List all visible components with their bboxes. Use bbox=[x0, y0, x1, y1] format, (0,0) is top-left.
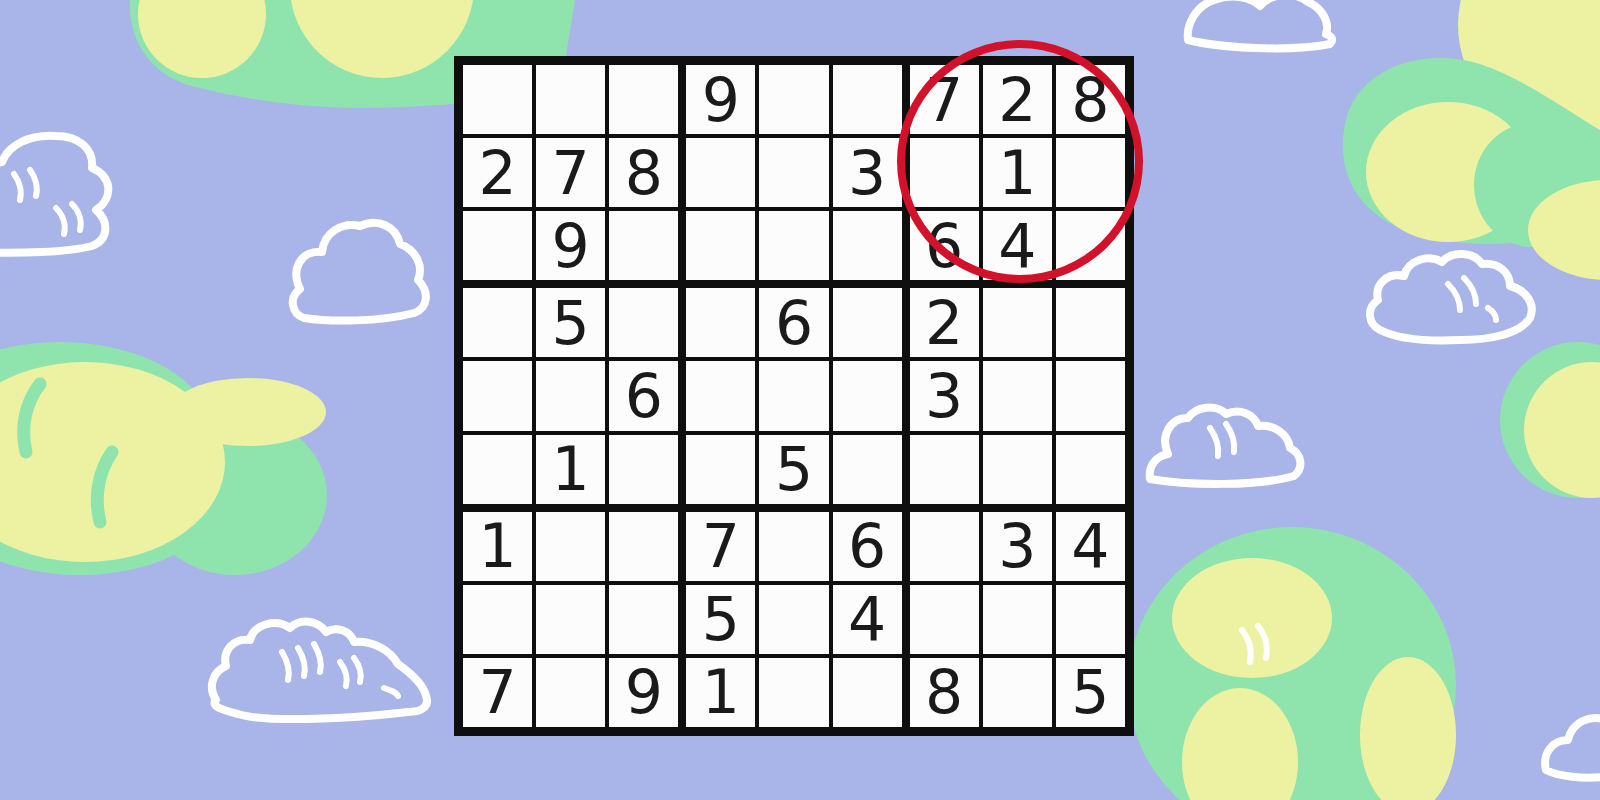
cell-r2-c2[interactable]: 7 bbox=[536, 138, 605, 207]
cell-r7-c9[interactable]: 4 bbox=[1056, 512, 1125, 581]
cell-r3-c5[interactable] bbox=[759, 211, 828, 280]
outline-cloud-mid-right bbox=[1150, 408, 1301, 484]
cell-r9-c5[interactable] bbox=[759, 658, 828, 727]
cell-r6-c6[interactable] bbox=[833, 435, 902, 504]
cell-r5-c5[interactable] bbox=[759, 361, 828, 430]
cell-r4-c4[interactable] bbox=[686, 288, 755, 357]
cell-r6-c7[interactable] bbox=[910, 435, 979, 504]
cell-r5-c2[interactable] bbox=[536, 361, 605, 430]
cell-r6-c5[interactable]: 5 bbox=[759, 435, 828, 504]
sudoku-box: 76541 bbox=[686, 512, 901, 727]
cell-r9-c6[interactable] bbox=[833, 658, 902, 727]
blob-cloud-top-right bbox=[1343, 0, 1600, 280]
cell-r9-c3[interactable]: 9 bbox=[609, 658, 678, 727]
outline-cloud-right bbox=[1370, 254, 1532, 341]
cell-r4-c1[interactable] bbox=[463, 288, 532, 357]
cell-r1-c8[interactable]: 2 bbox=[983, 65, 1052, 134]
cell-r3-c1[interactable] bbox=[463, 211, 532, 280]
blob-cloud-middle-right bbox=[1500, 342, 1600, 498]
cell-r8-c7[interactable] bbox=[910, 585, 979, 654]
cell-r8-c8[interactable] bbox=[983, 585, 1052, 654]
cell-r3-c4[interactable] bbox=[686, 211, 755, 280]
cloud-speed-lines bbox=[1448, 278, 1496, 320]
sudoku-board: 2789 93 728164 561 65 23 179 76541 3485 bbox=[454, 56, 1134, 736]
cell-r6-c2[interactable]: 1 bbox=[536, 435, 605, 504]
cell-r1-c9[interactable]: 8 bbox=[1056, 65, 1125, 134]
cell-r2-c8[interactable]: 1 bbox=[983, 138, 1052, 207]
sudoku-box: 23 bbox=[910, 288, 1125, 503]
cell-r2-c7[interactable] bbox=[910, 138, 979, 207]
outline-cloud-left bbox=[0, 136, 108, 253]
cloud-outline bbox=[1150, 408, 1301, 484]
cell-r3-c3[interactable] bbox=[609, 211, 678, 280]
cell-r5-c9[interactable] bbox=[1056, 361, 1125, 430]
cell-r4-c7[interactable]: 2 bbox=[910, 288, 979, 357]
cell-r5-c6[interactable] bbox=[833, 361, 902, 430]
cloud-outline bbox=[1370, 254, 1532, 341]
cell-r2-c5[interactable] bbox=[759, 138, 828, 207]
cell-r6-c4[interactable] bbox=[686, 435, 755, 504]
cloud-outline bbox=[1188, 0, 1332, 48]
cell-r8-c3[interactable] bbox=[609, 585, 678, 654]
cell-r6-c9[interactable] bbox=[1056, 435, 1125, 504]
cell-r7-c3[interactable] bbox=[609, 512, 678, 581]
sudoku-box: 728164 bbox=[910, 65, 1125, 280]
cloud-outline bbox=[1545, 718, 1600, 778]
cell-r4-c9[interactable] bbox=[1056, 288, 1125, 357]
sudoku-box: 2789 bbox=[463, 65, 678, 280]
cell-r4-c8[interactable] bbox=[983, 288, 1052, 357]
cell-r4-c6[interactable] bbox=[833, 288, 902, 357]
scene: 2789 93 728164 561 65 23 179 76541 3485 bbox=[0, 0, 1600, 800]
cell-r8-c6[interactable]: 4 bbox=[833, 585, 902, 654]
cell-r3-c8[interactable]: 4 bbox=[983, 211, 1052, 280]
cell-r3-c7[interactable]: 6 bbox=[910, 211, 979, 280]
cell-r1-c4[interactable]: 9 bbox=[686, 65, 755, 134]
cell-r7-c2[interactable] bbox=[536, 512, 605, 581]
yellow-blob bbox=[170, 378, 326, 446]
cell-r1-c1[interactable] bbox=[463, 65, 532, 134]
cell-r1-c2[interactable] bbox=[536, 65, 605, 134]
cloud-speed-lines bbox=[14, 170, 81, 234]
cell-r9-c1[interactable]: 7 bbox=[463, 658, 532, 727]
cell-r6-c8[interactable] bbox=[983, 435, 1052, 504]
outline-cloud-corner bbox=[1545, 718, 1600, 778]
cell-r2-c4[interactable] bbox=[686, 138, 755, 207]
cell-r2-c6[interactable]: 3 bbox=[833, 138, 902, 207]
cell-r8-c2[interactable] bbox=[536, 585, 605, 654]
cell-r9-c7[interactable]: 8 bbox=[910, 658, 979, 727]
cell-r2-c9[interactable] bbox=[1056, 138, 1125, 207]
cloud-outline bbox=[293, 223, 426, 321]
cloud-outline bbox=[0, 136, 108, 253]
cell-r7-c8[interactable]: 3 bbox=[983, 512, 1052, 581]
cell-r6-c3[interactable] bbox=[609, 435, 678, 504]
sudoku-box: 3485 bbox=[910, 512, 1125, 727]
cell-r9-c2[interactable] bbox=[536, 658, 605, 727]
cell-r4-c2[interactable]: 5 bbox=[536, 288, 605, 357]
blob-cloud-bottom-left bbox=[0, 342, 327, 575]
outline-cloud-upper-left bbox=[293, 223, 426, 321]
cell-r4-c5[interactable]: 6 bbox=[759, 288, 828, 357]
cell-r4-c3[interactable] bbox=[609, 288, 678, 357]
cell-r3-c2[interactable]: 9 bbox=[536, 211, 605, 280]
cell-r7-c5[interactable] bbox=[759, 512, 828, 581]
cell-r6-c1[interactable] bbox=[463, 435, 532, 504]
cell-r8-c5[interactable] bbox=[759, 585, 828, 654]
sudoku-box: 65 bbox=[686, 288, 901, 503]
cell-r1-c5[interactable] bbox=[759, 65, 828, 134]
cell-r9-c4[interactable]: 1 bbox=[686, 658, 755, 727]
cell-r7-c4[interactable]: 7 bbox=[686, 512, 755, 581]
cell-r3-c6[interactable] bbox=[833, 211, 902, 280]
cell-r2-c3[interactable]: 8 bbox=[609, 138, 678, 207]
outline-cloud-bottom-left bbox=[212, 622, 427, 719]
cell-r8-c1[interactable] bbox=[463, 585, 532, 654]
cell-r3-c9[interactable] bbox=[1056, 211, 1125, 280]
cell-r9-c9[interactable]: 5 bbox=[1056, 658, 1125, 727]
cell-r8-c9[interactable] bbox=[1056, 585, 1125, 654]
cell-r5-c3[interactable]: 6 bbox=[609, 361, 678, 430]
cell-r1-c7[interactable]: 7 bbox=[910, 65, 979, 134]
cell-r5-c4[interactable] bbox=[686, 361, 755, 430]
cloud-speed-lines bbox=[1210, 424, 1234, 456]
cell-r1-c6[interactable] bbox=[833, 65, 902, 134]
cell-r5-c1[interactable] bbox=[463, 361, 532, 430]
cell-r5-c8[interactable] bbox=[983, 361, 1052, 430]
sudoku-box: 561 bbox=[463, 288, 678, 503]
cell-r7-c1[interactable]: 1 bbox=[463, 512, 532, 581]
cell-r9-c8[interactable] bbox=[983, 658, 1052, 727]
sudoku-box: 179 bbox=[463, 512, 678, 727]
outline-cloud-top bbox=[1188, 0, 1332, 48]
cell-r8-c4[interactable]: 5 bbox=[686, 585, 755, 654]
cell-r7-c6[interactable]: 6 bbox=[833, 512, 902, 581]
sudoku-box: 93 bbox=[686, 65, 901, 280]
blob-cloud-bottom-right bbox=[1128, 527, 1456, 800]
cell-r5-c7[interactable]: 3 bbox=[910, 361, 979, 430]
cell-r2-c1[interactable]: 2 bbox=[463, 138, 532, 207]
cell-r1-c3[interactable] bbox=[609, 65, 678, 134]
cell-r7-c7[interactable] bbox=[910, 512, 979, 581]
